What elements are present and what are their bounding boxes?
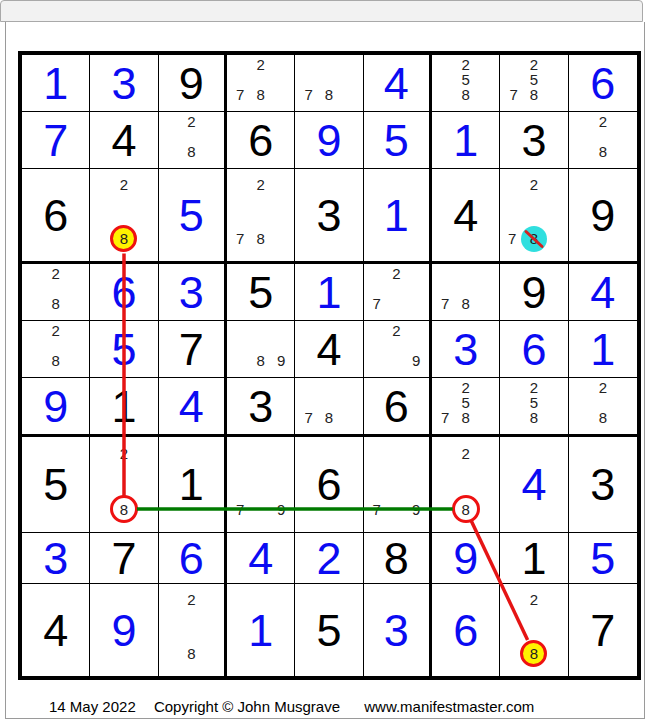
cell[interactable]: 4 [227,533,295,584]
cell[interactable]: 3 [295,169,363,264]
cell[interactable]: 78 [295,378,363,437]
solved-digit: 6 [453,608,478,653]
solved-digit: 7 [43,118,68,163]
candidate-7: 7 [304,410,312,425]
candidate-8: 8 [530,87,538,102]
cell[interactable]: 4 [90,112,158,169]
candidate-2: 2 [256,177,264,192]
cell[interactable]: 29 [364,321,432,378]
cell[interactable]: 5 [159,169,227,264]
cell[interactable]: 9 [159,55,227,112]
candidate-2: 2 [51,323,59,338]
candidate-7: 7 [372,296,380,311]
candidate-8-red-circle: 8 [110,495,138,523]
cell[interactable]: 5 [227,264,295,321]
candidate-8: 8 [461,296,469,311]
cell[interactable]: 28 [90,437,158,533]
candidate-8: 8 [51,296,59,311]
candidate-7: 7 [304,87,312,102]
cell[interactable]: 4 [432,169,500,264]
candidate-5: 5 [530,395,538,410]
candidate-8: 8 [256,353,264,368]
given-digit: 7 [179,327,204,372]
cell[interactable]: 278 [500,169,568,264]
given-digit: 8 [384,536,409,581]
cell[interactable]: 8 [364,533,432,584]
cell[interactable]: 3 [90,55,158,112]
candidate-2: 2 [461,446,469,461]
given-digit: 1 [179,462,204,507]
candidate-5: 5 [461,395,469,410]
given-digit: 6 [316,462,341,507]
cell[interactable]: 5 [295,584,363,676]
solved-digit: 5 [384,118,409,163]
candidate-8: 8 [256,87,264,102]
candidate-2: 2 [120,177,128,192]
solved-digit: 4 [384,61,409,106]
candidate-2: 2 [187,114,195,129]
cell[interactable]: 1 [227,584,295,676]
candidate-5: 5 [461,72,469,87]
candidate-8-cyan-circle: 8 [521,226,547,252]
solved-digit: 4 [590,270,615,315]
cell[interactable]: 27 [364,264,432,321]
given-digit: 3 [521,118,546,163]
cell[interactable]: 9 [500,264,568,321]
footer-website: www.manifestmaster.com [364,698,534,715]
solved-digit: 5 [179,193,204,238]
given-digit: 3 [316,193,341,238]
candidate-2: 2 [51,266,59,281]
cell[interactable]: 3 [22,533,90,584]
given-digit: 6 [384,384,409,429]
candidate-2: 2 [392,266,400,281]
cell[interactable]: 258 [432,55,500,112]
candidate-7: 7 [441,410,449,425]
window-top-strip [0,0,643,22]
cell[interactable]: 7 [22,112,90,169]
cell[interactable]: 1 [432,112,500,169]
given-digit: 6 [43,193,68,238]
given-digit: 1 [521,536,546,581]
candidate-8-yellow-circle: 8 [110,225,137,252]
candidate-9: 9 [277,502,285,517]
solved-digit: 3 [453,327,478,372]
cell[interactable]: 28 [159,584,227,676]
cell[interactable]: 1 [90,378,158,437]
cell[interactable]: 5 [90,321,158,378]
cell[interactable]: 9 [432,533,500,584]
cell[interactable]: 5 [364,112,432,169]
solved-digit: 3 [384,608,409,653]
candidate-9: 9 [277,353,285,368]
cell[interactable]: 79 [227,437,295,533]
candidate-5: 5 [530,72,538,87]
cell[interactable]: 1 [295,264,363,321]
candidate-7: 7 [236,87,244,102]
cell[interactable]: 9 [90,584,158,676]
solved-digit: 9 [316,118,341,163]
given-digit: 6 [248,118,273,163]
cell[interactable]: 89 [227,321,295,378]
cell[interactable]: 4 [295,321,363,378]
solved-digit: 9 [43,384,68,429]
candidate-8-yellow-circle: 8 [520,640,547,667]
solved-digit: 6 [590,61,615,106]
candidate-2: 2 [530,592,538,607]
cell[interactable]: 28 [22,264,90,321]
given-digit: 7 [590,608,615,653]
solved-digit: 3 [43,536,68,581]
cell[interactable]: 6 [22,169,90,264]
solved-digit: 1 [43,61,68,106]
cell[interactable]: 3 [227,378,295,437]
footer-date: 14 May 2022 [49,698,136,715]
candidate-8: 8 [461,410,469,425]
given-digit: 4 [453,193,478,238]
content-panel: 1392787842582578674286951328628527831427… [5,22,645,719]
cell[interactable]: 4 [364,55,432,112]
cell[interactable]: 6 [432,584,500,676]
cell[interactable]: 4 [22,584,90,676]
cell[interactable]: 3 [500,112,568,169]
solved-digit: 6 [521,327,546,372]
candidate-8: 8 [325,87,333,102]
solved-digit: 4 [248,536,273,581]
cell[interactable]: 6 [364,378,432,437]
solved-digit: 1 [590,327,615,372]
solved-digit: 4 [179,384,204,429]
solved-digit: 2 [316,536,341,581]
candidate-2: 2 [187,592,195,607]
candidate-8: 8 [187,646,195,661]
candidate-8: 8 [599,144,607,159]
cell[interactable]: 5 [569,533,637,584]
cell[interactable]: 258 [500,378,568,437]
cell[interactable]: 9 [569,169,637,264]
given-digit: 1 [111,384,136,429]
solved-digit: 4 [521,462,546,507]
cell[interactable]: 6 [90,264,158,321]
sudoku-board[interactable]: 1392787842582578674286951328628527831427… [18,51,641,680]
cell[interactable]: 3 [159,264,227,321]
candidate-7: 7 [236,231,244,246]
cell[interactable]: 7 [90,533,158,584]
given-digit: 3 [590,462,615,507]
candidate-7: 7 [509,87,517,102]
cell[interactable]: 1 [500,533,568,584]
given-digit: 9 [521,270,546,315]
cell[interactable]: 3 [364,584,432,676]
solved-digit: 3 [179,270,204,315]
given-digit: 4 [43,608,68,653]
footer: 14 May 2022 Copyright © John Musgrave ww… [49,698,534,715]
candidate-8: 8 [325,410,333,425]
cell[interactable]: 278 [227,169,295,264]
cell[interactable]: 28 [159,112,227,169]
solved-digit: 9 [111,608,136,653]
solved-digit: 1 [384,193,409,238]
candidate-7: 7 [372,502,380,517]
given-digit: 5 [316,608,341,653]
cell[interactable]: 28 [22,321,90,378]
candidate-2: 2 [461,380,469,395]
candidate-8: 8 [461,87,469,102]
candidate-8: 8 [187,144,195,159]
given-digit: 7 [111,536,136,581]
candidate-7: 7 [441,296,449,311]
cell[interactable]: 1 [22,55,90,112]
cell[interactable]: 9 [22,378,90,437]
cell[interactable]: 2578 [432,378,500,437]
candidate-9: 9 [412,353,420,368]
solved-digit: 6 [111,270,136,315]
solved-digit: 1 [316,270,341,315]
cell[interactable]: 6 [569,55,637,112]
candidate-2: 2 [599,380,607,395]
cell[interactable]: 4 [500,437,568,533]
candidate-2: 2 [461,57,469,72]
cell[interactable]: 78 [432,264,500,321]
candidate-8: 8 [599,410,607,425]
given-digit: 5 [248,270,273,315]
candidate-2: 2 [530,380,538,395]
candidate-8: 8 [256,231,264,246]
given-digit: 4 [111,118,136,163]
solved-digit: 9 [453,536,478,581]
cell[interactable]: 9 [295,112,363,169]
cell[interactable]: 6 [159,533,227,584]
cell[interactable]: 4 [569,264,637,321]
screen: 1392787842582578674286951328628527831427… [0,0,650,720]
candidate-2: 2 [599,114,607,129]
solved-digit: 5 [111,327,136,372]
candidate-2: 2 [530,57,538,72]
candidate-2: 2 [256,57,264,72]
candidate-7: 7 [236,502,244,517]
solved-digit: 1 [248,608,273,653]
candidate-2: 2 [530,177,538,192]
given-digit: 9 [179,61,204,106]
cell[interactable]: 7 [569,584,637,676]
candidate-2: 2 [120,446,128,461]
cell[interactable]: 28 [432,437,500,533]
cell[interactable]: 6 [227,112,295,169]
footer-copyright: Copyright © John Musgrave [154,698,340,715]
cell[interactable]: 79 [364,437,432,533]
cell[interactable]: 28 [90,169,158,264]
given-digit: 9 [590,193,615,238]
cell[interactable]: 28 [569,112,637,169]
solved-digit: 1 [453,118,478,163]
cell[interactable]: 2 [295,533,363,584]
cell[interactable]: 4 [159,378,227,437]
cell[interactable]: 1 [364,169,432,264]
candidate-7: 7 [508,231,516,246]
cell[interactable]: 6 [500,321,568,378]
cell[interactable]: 1 [159,437,227,533]
candidate-8-red-circle: 8 [452,495,480,523]
cell[interactable]: 28 [500,584,568,676]
candidate-2: 2 [392,323,400,338]
candidate-8: 8 [530,410,538,425]
cell[interactable]: 78 [295,55,363,112]
cell[interactable]: 28 [569,378,637,437]
given-digit: 3 [248,384,273,429]
cell[interactable]: 1 [569,321,637,378]
cell[interactable]: 3 [569,437,637,533]
solved-digit: 3 [111,61,136,106]
cell[interactable]: 278 [227,55,295,112]
solved-digit: 6 [179,536,204,581]
given-digit: 4 [316,327,341,372]
cell[interactable]: 7 [159,321,227,378]
cell[interactable]: 6 [295,437,363,533]
candidate-8: 8 [51,353,59,368]
cell[interactable]: 5 [22,437,90,533]
given-digit: 5 [43,462,68,507]
cell[interactable]: 3 [432,321,500,378]
solved-digit: 5 [590,536,615,581]
cell[interactable]: 2578 [500,55,568,112]
candidate-9: 9 [412,502,420,517]
